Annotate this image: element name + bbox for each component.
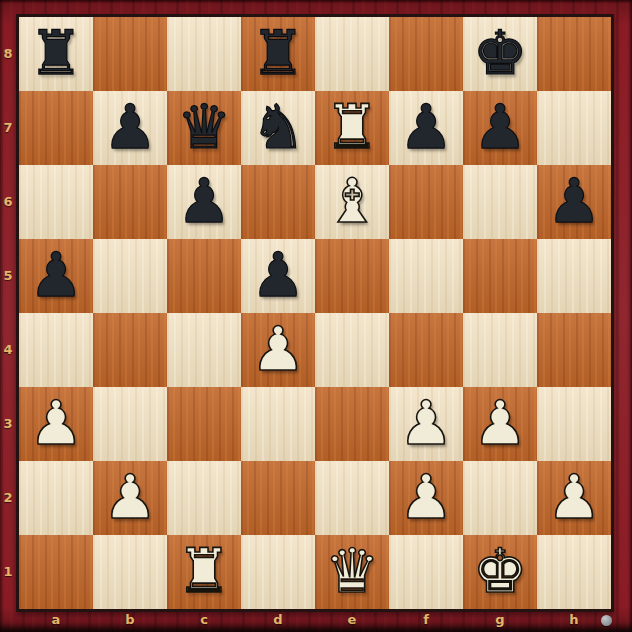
square-g3[interactable]: ♟ xyxy=(463,387,537,461)
piece-white-pawn[interactable]: ♟ xyxy=(19,387,93,461)
square-f5[interactable] xyxy=(389,239,463,313)
square-b4[interactable] xyxy=(93,313,167,387)
square-b2[interactable]: ♟ xyxy=(93,461,167,535)
square-d5[interactable]: ♟ xyxy=(241,239,315,313)
square-b7[interactable]: ♟ xyxy=(93,91,167,165)
piece-white-rook[interactable]: ♜ xyxy=(167,535,241,609)
square-c2[interactable] xyxy=(167,461,241,535)
file-label-a: a xyxy=(19,609,93,632)
square-a2[interactable] xyxy=(19,461,93,535)
square-a1[interactable] xyxy=(19,535,93,609)
rank-label-2: 2 xyxy=(0,461,16,535)
chess-board: ♜♜♚♟♛♞♜♟♟♟♝♟♟♟♟♟♟♟♟♟♟♜♛♚ xyxy=(16,14,614,612)
square-f4[interactable] xyxy=(389,313,463,387)
square-b3[interactable] xyxy=(93,387,167,461)
square-f2[interactable]: ♟ xyxy=(389,461,463,535)
piece-black-pawn[interactable]: ♟ xyxy=(93,91,167,165)
square-e6[interactable]: ♝ xyxy=(315,165,389,239)
file-label-g: g xyxy=(463,609,537,632)
piece-black-pawn[interactable]: ♟ xyxy=(463,91,537,165)
file-label-h: h xyxy=(537,609,611,632)
square-f6[interactable] xyxy=(389,165,463,239)
square-a4[interactable] xyxy=(19,313,93,387)
square-g6[interactable] xyxy=(463,165,537,239)
square-h3[interactable] xyxy=(537,387,611,461)
square-f1[interactable] xyxy=(389,535,463,609)
rank-label-6: 6 xyxy=(0,165,16,239)
corner-dot xyxy=(601,615,612,626)
square-c1[interactable]: ♜ xyxy=(167,535,241,609)
square-h7[interactable] xyxy=(537,91,611,165)
square-g4[interactable] xyxy=(463,313,537,387)
square-d6[interactable] xyxy=(241,165,315,239)
square-c8[interactable] xyxy=(167,17,241,91)
square-d4[interactable]: ♟ xyxy=(241,313,315,387)
piece-black-pawn[interactable]: ♟ xyxy=(167,165,241,239)
file-label-d: d xyxy=(241,609,315,632)
square-b1[interactable] xyxy=(93,535,167,609)
square-a7[interactable] xyxy=(19,91,93,165)
square-d2[interactable] xyxy=(241,461,315,535)
piece-white-rook[interactable]: ♜ xyxy=(315,91,389,165)
square-g2[interactable] xyxy=(463,461,537,535)
square-c7[interactable]: ♛ xyxy=(167,91,241,165)
rank-label-7: 7 xyxy=(0,91,16,165)
piece-black-knight[interactable]: ♞ xyxy=(241,91,315,165)
square-e5[interactable] xyxy=(315,239,389,313)
rank-label-3: 3 xyxy=(0,387,16,461)
square-g5[interactable] xyxy=(463,239,537,313)
square-h4[interactable] xyxy=(537,313,611,387)
piece-white-pawn[interactable]: ♟ xyxy=(537,461,611,535)
square-c6[interactable]: ♟ xyxy=(167,165,241,239)
square-d7[interactable]: ♞ xyxy=(241,91,315,165)
square-f8[interactable] xyxy=(389,17,463,91)
square-f7[interactable]: ♟ xyxy=(389,91,463,165)
square-a6[interactable] xyxy=(19,165,93,239)
rank-label-8: 8 xyxy=(0,17,16,91)
square-e8[interactable] xyxy=(315,17,389,91)
square-d1[interactable] xyxy=(241,535,315,609)
square-h2[interactable]: ♟ xyxy=(537,461,611,535)
square-h5[interactable] xyxy=(537,239,611,313)
file-label-c: c xyxy=(167,609,241,632)
rank-label-5: 5 xyxy=(0,239,16,313)
square-a3[interactable]: ♟ xyxy=(19,387,93,461)
square-a8[interactable]: ♜ xyxy=(19,17,93,91)
square-d8[interactable]: ♜ xyxy=(241,17,315,91)
square-d3[interactable] xyxy=(241,387,315,461)
piece-white-king[interactable]: ♚ xyxy=(463,535,537,609)
piece-black-queen[interactable]: ♛ xyxy=(167,91,241,165)
piece-black-rook[interactable]: ♜ xyxy=(241,17,315,91)
piece-white-pawn[interactable]: ♟ xyxy=(389,387,463,461)
square-g1[interactable]: ♚ xyxy=(463,535,537,609)
square-c3[interactable] xyxy=(167,387,241,461)
piece-white-pawn[interactable]: ♟ xyxy=(389,461,463,535)
square-g7[interactable]: ♟ xyxy=(463,91,537,165)
piece-white-pawn[interactable]: ♟ xyxy=(241,313,315,387)
piece-white-queen[interactable]: ♛ xyxy=(315,535,389,609)
square-c4[interactable] xyxy=(167,313,241,387)
square-b5[interactable] xyxy=(93,239,167,313)
square-a5[interactable]: ♟ xyxy=(19,239,93,313)
file-label-e: e xyxy=(315,609,389,632)
square-h8[interactable] xyxy=(537,17,611,91)
square-b8[interactable] xyxy=(93,17,167,91)
piece-white-bishop[interactable]: ♝ xyxy=(315,165,389,239)
square-h1[interactable] xyxy=(537,535,611,609)
piece-white-pawn[interactable]: ♟ xyxy=(463,387,537,461)
square-e3[interactable] xyxy=(315,387,389,461)
rank-label-1: 1 xyxy=(0,535,16,609)
square-g8[interactable]: ♚ xyxy=(463,17,537,91)
square-e2[interactable] xyxy=(315,461,389,535)
piece-black-pawn[interactable]: ♟ xyxy=(241,239,315,313)
square-b6[interactable] xyxy=(93,165,167,239)
piece-black-pawn[interactable]: ♟ xyxy=(537,165,611,239)
rank-label-4: 4 xyxy=(0,313,16,387)
piece-black-pawn[interactable]: ♟ xyxy=(19,239,93,313)
square-e7[interactable]: ♜ xyxy=(315,91,389,165)
piece-white-pawn[interactable]: ♟ xyxy=(93,461,167,535)
square-f3[interactable]: ♟ xyxy=(389,387,463,461)
piece-black-rook[interactable]: ♜ xyxy=(19,17,93,91)
file-label-b: b xyxy=(93,609,167,632)
piece-black-pawn[interactable]: ♟ xyxy=(389,91,463,165)
square-h6[interactable]: ♟ xyxy=(537,165,611,239)
square-e4[interactable] xyxy=(315,313,389,387)
piece-black-king[interactable]: ♚ xyxy=(463,17,537,91)
file-label-f: f xyxy=(389,609,463,632)
square-e1[interactable]: ♛ xyxy=(315,535,389,609)
square-c5[interactable] xyxy=(167,239,241,313)
